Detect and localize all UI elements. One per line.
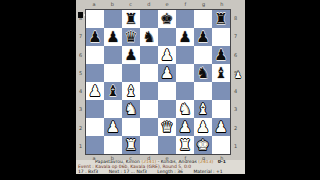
square-d1[interactable] <box>140 136 158 154</box>
square-h6[interactable]: ♟ <box>212 46 230 64</box>
black-rook: ♜ <box>124 10 137 28</box>
square-a6[interactable] <box>86 46 104 64</box>
black-pawn: ♟ <box>178 28 191 46</box>
square-b3[interactable] <box>104 100 122 118</box>
white-pawn: ♟ <box>160 64 173 82</box>
coordinate-label-h: h <box>213 1 231 8</box>
side-to-move-indicator-black <box>78 12 83 18</box>
square-c8[interactable]: ♜ <box>122 10 140 28</box>
letterbox-right <box>245 0 320 180</box>
white-bishop: ♝ <box>196 100 209 118</box>
video-frame: abcdefgh 87654321 ♜♚♜♟♟♛♞♟♟♟♟♟♟♞♝♟♝♝♞♞♝♟… <box>0 0 320 180</box>
square-b7[interactable]: ♟ <box>104 28 122 46</box>
coordinate-label-2: 2 <box>77 119 84 137</box>
next-move: Next : 17 ... Nxf3 <box>109 169 147 174</box>
square-d2[interactable] <box>140 118 158 136</box>
coordinate-label-b: b <box>103 1 121 8</box>
white-knight: ♞ <box>178 100 191 118</box>
square-c1[interactable]: ♜ <box>122 136 140 154</box>
black-pawn: ♟ <box>124 46 137 64</box>
square-e5[interactable]: ♟ <box>158 64 176 82</box>
square-a3[interactable] <box>86 100 104 118</box>
black-pawn: ♟ <box>196 28 209 46</box>
white-queen: ♛ <box>160 118 173 136</box>
white-rook: ♜ <box>124 136 137 154</box>
square-f7[interactable]: ♟ <box>176 28 194 46</box>
chess-diagram-panel: abcdefgh 87654321 ♜♚♜♟♟♛♞♟♟♟♟♟♟♞♝♟♝♝♞♞♝♟… <box>76 0 245 174</box>
square-f3[interactable]: ♞ <box>176 100 194 118</box>
square-f6[interactable] <box>176 46 194 64</box>
square-g7[interactable]: ♟ <box>194 28 212 46</box>
coordinate-label-6: 6 <box>232 46 239 64</box>
black-knight: ♞ <box>196 64 209 82</box>
coordinate-label-8: 8 <box>232 9 239 27</box>
square-b8[interactable] <box>104 10 122 28</box>
black-rook: ♜ <box>214 10 227 28</box>
coordinate-label-2: 2 <box>232 119 239 137</box>
coordinate-label-f: f <box>176 1 194 8</box>
coordinate-label-7: 7 <box>77 27 84 45</box>
white-bishop: ♝ <box>124 82 137 100</box>
square-e8[interactable]: ♚ <box>158 10 176 28</box>
coordinate-label-1: 1 <box>77 137 84 155</box>
white-knight: ♞ <box>124 100 137 118</box>
square-a4[interactable]: ♟ <box>86 82 104 100</box>
square-e4[interactable] <box>158 82 176 100</box>
move-played: 17 . Bxf3 <box>78 169 98 174</box>
square-g4[interactable] <box>194 82 212 100</box>
file-labels-top: abcdefgh <box>85 1 231 8</box>
square-c5[interactable] <box>122 64 140 82</box>
coordinate-label-c: c <box>122 1 140 8</box>
caption: Papastavrou, Kimon (2141) - Kofidis, And… <box>76 160 245 174</box>
square-h4[interactable] <box>212 82 230 100</box>
coordinate-label-1: 1 <box>232 137 239 155</box>
square-d3[interactable] <box>140 100 158 118</box>
coordinate-label-4: 4 <box>232 82 239 100</box>
square-h1[interactable] <box>212 136 230 154</box>
square-h3[interactable] <box>212 100 230 118</box>
material-advantage-pawn-icon: ♟ <box>234 69 242 81</box>
coordinate-label-7: 7 <box>232 27 239 45</box>
square-a8[interactable] <box>86 10 104 28</box>
black-bishop: ♝ <box>106 82 119 100</box>
black-pawn: ♟ <box>214 46 227 64</box>
white-pawn: ♟ <box>196 118 209 136</box>
coordinate-label-3: 3 <box>232 100 239 118</box>
coordinate-label-3: 3 <box>77 100 84 118</box>
square-g1[interactable]: ♚ <box>194 136 212 154</box>
square-b5[interactable] <box>104 64 122 82</box>
square-c6[interactable]: ♟ <box>122 46 140 64</box>
black-pawn: ♟ <box>106 28 119 46</box>
square-a5[interactable] <box>86 64 104 82</box>
coordinate-label-a: a <box>85 1 103 8</box>
rank-labels-right: 87654321 <box>232 9 239 155</box>
square-h7[interactable] <box>212 28 230 46</box>
square-f5[interactable] <box>176 64 194 82</box>
white-pawn: ♟ <box>88 82 101 100</box>
coordinate-label-e: e <box>158 1 176 8</box>
coordinate-label-d: d <box>140 1 158 8</box>
square-d5[interactable] <box>140 64 158 82</box>
game-length: Length : 36 <box>157 169 183 174</box>
square-e3[interactable] <box>158 100 176 118</box>
coordinate-label-6: 6 <box>77 46 84 64</box>
white-pawn: ♟ <box>178 118 191 136</box>
letterbox-left <box>0 0 76 180</box>
black-knight: ♞ <box>142 28 155 46</box>
square-c4[interactable]: ♝ <box>122 82 140 100</box>
square-a7[interactable]: ♟ <box>86 28 104 46</box>
square-a2[interactable] <box>86 118 104 136</box>
game-result: 0-1 <box>218 160 226 164</box>
square-h8[interactable]: ♜ <box>212 10 230 28</box>
white-pawn: ♟ <box>214 118 227 136</box>
square-b6[interactable] <box>104 46 122 64</box>
square-g6[interactable] <box>194 46 212 64</box>
square-b1[interactable] <box>104 136 122 154</box>
square-e1[interactable] <box>158 136 176 154</box>
square-f4[interactable] <box>176 82 194 100</box>
square-b4[interactable]: ♝ <box>104 82 122 100</box>
white-pawn: ♟ <box>106 118 119 136</box>
square-c3[interactable]: ♞ <box>122 100 140 118</box>
square-d8[interactable] <box>140 10 158 28</box>
coordinate-label-4: 4 <box>77 82 84 100</box>
square-c7[interactable]: ♛ <box>122 28 140 46</box>
square-e6[interactable]: ♟ <box>158 46 176 64</box>
square-h5[interactable]: ♝ <box>212 64 230 82</box>
black-bishop: ♝ <box>214 64 227 82</box>
square-e2[interactable]: ♛ <box>158 118 176 136</box>
white-king: ♚ <box>196 136 209 154</box>
square-d6[interactable] <box>140 46 158 64</box>
square-f2[interactable]: ♟ <box>176 118 194 136</box>
square-f1[interactable]: ♜ <box>176 136 194 154</box>
square-c2[interactable] <box>122 118 140 136</box>
move-info-line: 17 . Bxf3 Next : 17 ... Nxf3 Length : 36… <box>76 170 245 174</box>
square-g2[interactable]: ♟ <box>194 118 212 136</box>
square-g8[interactable] <box>194 10 212 28</box>
square-g3[interactable]: ♝ <box>194 100 212 118</box>
white-pawn: ♟ <box>160 46 173 64</box>
coordinate-label-g: g <box>195 1 213 8</box>
square-d4[interactable] <box>140 82 158 100</box>
square-f8[interactable] <box>176 10 194 28</box>
black-king: ♚ <box>160 10 173 28</box>
rank-labels-left: 87654321 <box>77 9 84 155</box>
square-b2[interactable]: ♟ <box>104 118 122 136</box>
board: ♜♚♜♟♟♛♞♟♟♟♟♟♟♞♝♟♝♝♞♞♝♟♛♟♟♟♜♜♚ <box>85 9 231 155</box>
black-queen: ♛ <box>124 28 137 46</box>
material-balance: Material : +1 <box>193 169 222 174</box>
square-a1[interactable] <box>86 136 104 154</box>
square-d7[interactable]: ♞ <box>140 28 158 46</box>
square-h2[interactable]: ♟ <box>212 118 230 136</box>
black-pawn: ♟ <box>88 28 101 46</box>
coordinate-label-5: 5 <box>77 64 84 82</box>
square-e7[interactable] <box>158 28 176 46</box>
square-g5[interactable]: ♞ <box>194 64 212 82</box>
white-rook: ♜ <box>178 136 191 154</box>
black-player-elo: (2413) <box>198 160 213 164</box>
